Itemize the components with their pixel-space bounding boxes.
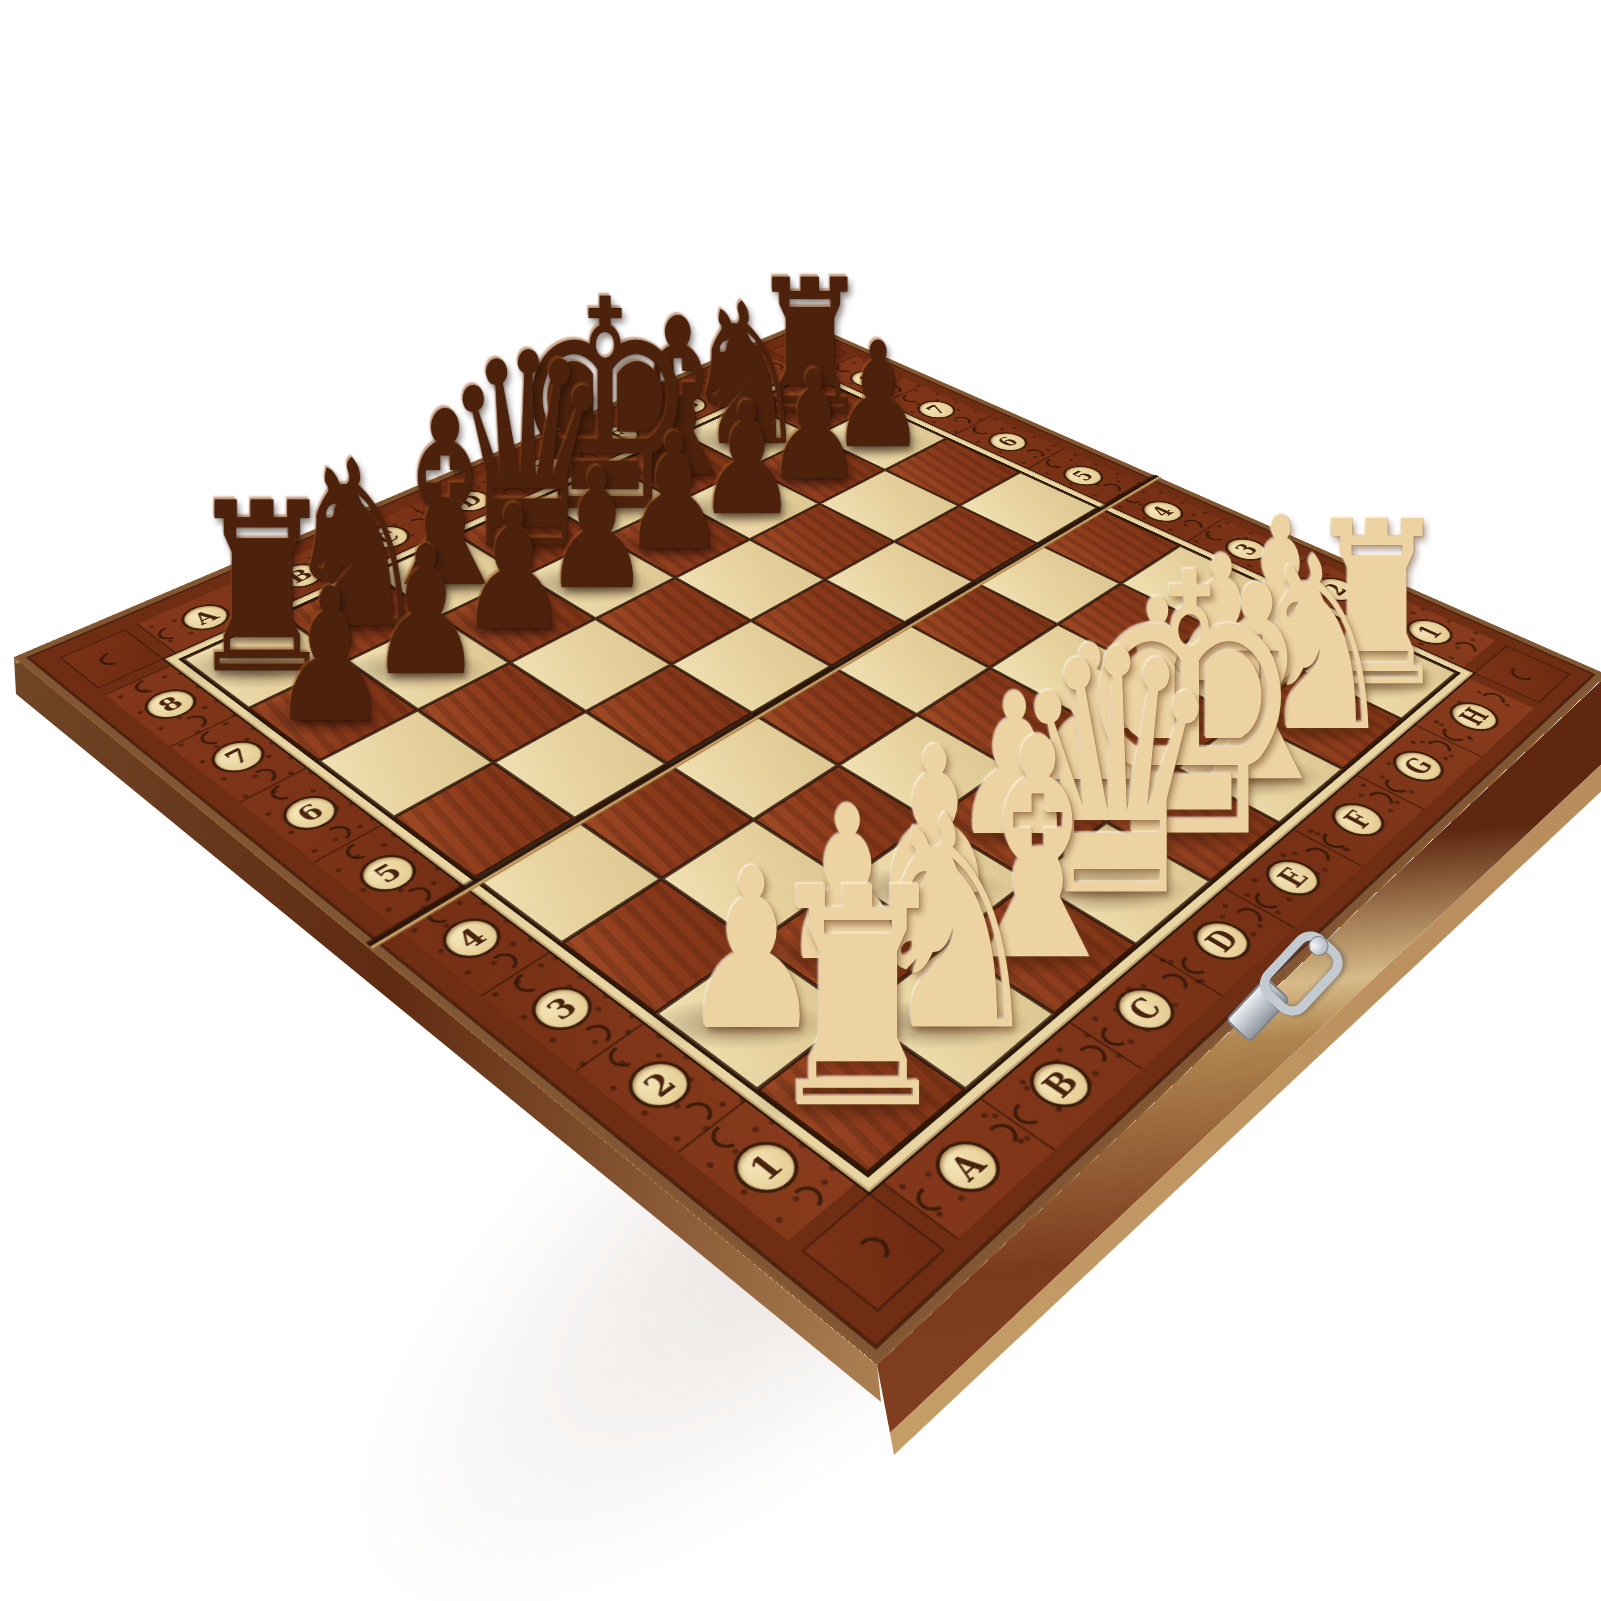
scroll-ornament-icon [407,518,429,530]
scroll-ornament-icon [1181,954,1209,976]
rank-label-6-right: 6 [994,435,1022,448]
scroll-ornament-icon [342,841,376,861]
file-label-f-far: F [606,428,634,442]
file-label-h-near: H [1455,705,1493,728]
rank-label-1-right: 1 [1413,623,1446,641]
scroll-ornament-icon [507,473,531,485]
scroll-ornament-icon [563,450,584,461]
scroll-ornament-icon [343,544,370,557]
scroll-ornament-icon [488,483,510,494]
scroll-ornament-icon [1450,641,1480,655]
chess-set-product-photo: ABCDEFGH ABCDEFGH 87654321 87654321 ♜♞♝♛… [0,0,1601,1601]
file-label-b-far: B [283,566,317,585]
scroll-ornament-icon [854,1235,893,1266]
scroll-ornament-icon [1012,1100,1043,1127]
rank-label-5-right: 5 [1069,469,1098,483]
file-label-c-far: C [372,529,404,546]
scroll-ornament-icon [901,393,921,403]
scroll-ornament-icon [680,1100,715,1127]
scroll-ornament-icon [581,1023,613,1048]
scroll-ornament-icon [1441,726,1468,742]
scroll-ornament-icon [229,595,252,609]
file-label-a-near: A [944,1148,992,1186]
rank-label-4-right: 4 [1148,504,1178,519]
scroll-ornament-icon [972,425,992,436]
scroll-ornament-icon [789,1184,826,1213]
scroll-ornament-icon [1291,568,1313,581]
chess-board-top: ABCDEFGH ABCDEFGH 87654321 87654321 [14,321,1601,1364]
file-label-h-far: H [737,370,767,384]
scroll-ornament-icon [719,382,740,392]
file-label-g-near: G [1399,754,1437,778]
file-label-f-near: F [1339,808,1377,832]
scroll-ornament-icon [835,363,855,372]
scroll-ornament-icon [882,385,904,394]
scroll-ornament-icon [798,348,819,357]
scroll-ornament-icon [652,411,674,421]
file-label-e-near: E [1273,864,1313,890]
scroll-ornament-icon [951,416,974,426]
scroll-ornament-icon [764,362,785,371]
scroll-ornament-icon [634,419,655,429]
scroll-ornament-icon [1383,776,1410,794]
scroll-ornament-icon [1383,609,1407,623]
file-label-g-far: G [673,398,703,412]
file-label-c-near: C [1123,993,1167,1025]
scroll-ornament-icon [1509,666,1535,681]
scroll-ornament-icon [251,768,277,786]
scroll-ornament-icon [489,952,519,975]
scroll-ornament-icon [1180,519,1206,531]
rank-label-3-right: 3 [1231,541,1262,557]
scroll-ornament-icon [606,1043,641,1068]
scroll-ornament-icon [709,1123,744,1150]
rank-label-7-right: 7 [923,403,950,416]
file-label-e-far: E [532,460,562,475]
rank-label-7-left: 7 [220,745,255,767]
scroll-ornament-icon [96,651,128,667]
scroll-ornament-icon [1074,1044,1111,1069]
scroll-ornament-icon [915,1184,949,1213]
scroll-ornament-icon [325,825,352,844]
rank-label-1-left: 1 [743,1149,789,1185]
scroll-ornament-icon [984,1122,1022,1149]
file-label-d-far: D [454,493,487,510]
rank-label-3-left: 3 [541,993,583,1023]
scroll-ornament-icon [267,783,300,802]
scroll-ornament-icon [1321,831,1348,850]
rank-label-5-left: 5 [369,860,407,886]
scroll-ornament-icon [582,441,605,452]
rank-label-8-right: 8 [855,373,881,385]
scroll-ornament-icon [1023,449,1047,459]
file-label-a-far: A [189,608,223,627]
scroll-ornament-icon [154,626,185,641]
scroll-ornament-icon [1045,458,1065,469]
scroll-ornament-icon [701,390,722,399]
scroll-ornament-icon [1101,1023,1130,1047]
scroll-ornament-icon [428,508,454,520]
scroll-ornament-icon [322,555,344,568]
rank-label-6-left: 6 [292,801,329,825]
scroll-ornament-icon [1355,598,1384,611]
scroll-ornament-icon [252,584,281,598]
file-label-d-near: D [1200,925,1244,955]
file-label-b-near: B [1037,1066,1084,1102]
rank-label-2-right: 2 [1320,581,1352,598]
scroll-ornament-icon [1254,889,1282,910]
rank-label-4-left: 4 [452,924,492,952]
scroll-ornament-icon [511,971,546,994]
rank-label-2-left: 2 [638,1068,682,1101]
scroll-ornament-icon [1265,557,1292,569]
rank-label-8-left: 8 [154,694,188,715]
scroll-ornament-icon [1205,529,1226,541]
scroll-ornament-icon [196,728,229,745]
